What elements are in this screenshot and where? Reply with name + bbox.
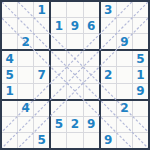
cell-r6c2[interactable] xyxy=(18,84,33,99)
board-block-1-2: 196 xyxy=(51,2,98,49)
cell-r9c3: 5 xyxy=(34,133,49,148)
board-block-2-1: 4571 xyxy=(2,51,49,98)
cell-r2c2[interactable] xyxy=(18,18,33,33)
cell-r1c4[interactable] xyxy=(51,2,66,17)
cell-r5c4[interactable] xyxy=(51,67,66,82)
cell-r4c1: 4 xyxy=(2,51,17,66)
board-block-1-3: 39 xyxy=(101,2,148,49)
cell-r9c5[interactable] xyxy=(67,133,82,148)
cell-r4c3[interactable] xyxy=(34,51,49,66)
cell-r7c5[interactable] xyxy=(67,101,82,116)
cell-r6c4[interactable] xyxy=(51,84,66,99)
cell-r4c6[interactable] xyxy=(84,51,99,66)
cell-r1c1[interactable] xyxy=(2,2,17,17)
cell-r8c8[interactable] xyxy=(117,117,132,132)
cell-r2c3[interactable] xyxy=(34,18,49,33)
given-digit: 9 xyxy=(71,20,79,32)
given-digit: 9 xyxy=(136,85,144,97)
given-digit: 2 xyxy=(21,36,29,48)
cell-r5c1: 5 xyxy=(2,67,17,82)
cell-r7c9[interactable] xyxy=(133,101,148,116)
cell-r2c4: 1 xyxy=(51,18,66,33)
given-digit: 5 xyxy=(5,69,13,81)
cell-r4c8[interactable] xyxy=(117,51,132,66)
cell-r6c6[interactable] xyxy=(84,84,99,99)
given-digit: 3 xyxy=(104,4,112,16)
cell-r5c2[interactable] xyxy=(18,67,33,82)
cell-r3c6[interactable] xyxy=(84,34,99,49)
cell-r7c6[interactable] xyxy=(84,101,99,116)
cell-r8c4: 5 xyxy=(51,117,66,132)
sudoku-board: 1219639457152194552929 xyxy=(0,0,150,150)
cell-r9c8[interactable] xyxy=(117,133,132,148)
cell-r7c3[interactable] xyxy=(34,101,49,116)
board-block-2-2 xyxy=(51,51,98,98)
given-digit: 5 xyxy=(136,53,144,65)
cell-r2c8[interactable] xyxy=(117,18,132,33)
cell-r1c7: 3 xyxy=(101,2,116,17)
cell-r6c3[interactable] xyxy=(34,84,49,99)
cell-r5c7: 2 xyxy=(101,67,116,82)
cell-r9c6[interactable] xyxy=(84,133,99,148)
cell-r4c9: 5 xyxy=(133,51,148,66)
cell-r3c7[interactable] xyxy=(101,34,116,49)
cell-r4c7[interactable] xyxy=(101,51,116,66)
cell-r2c6: 6 xyxy=(84,18,99,33)
cell-r6c7[interactable] xyxy=(101,84,116,99)
cell-r8c2[interactable] xyxy=(18,117,33,132)
given-digit: 9 xyxy=(104,134,112,146)
given-digit: 1 xyxy=(5,85,13,97)
board-block-3-1: 45 xyxy=(2,101,49,148)
cell-r4c2[interactable] xyxy=(18,51,33,66)
cell-r1c5[interactable] xyxy=(67,2,82,17)
given-digit: 1 xyxy=(136,69,144,81)
cell-r7c2: 4 xyxy=(18,101,33,116)
cell-r8c3[interactable] xyxy=(34,117,49,132)
cell-r5c9: 1 xyxy=(133,67,148,82)
cell-r1c8[interactable] xyxy=(117,2,132,17)
cell-r8c7[interactable] xyxy=(101,117,116,132)
cell-r2c7[interactable] xyxy=(101,18,116,33)
given-digit: 2 xyxy=(104,69,112,81)
given-digit: 1 xyxy=(38,4,46,16)
cell-r1c6[interactable] xyxy=(84,2,99,17)
cell-r7c4[interactable] xyxy=(51,101,66,116)
cell-r3c8: 9 xyxy=(117,34,132,49)
given-digit: 9 xyxy=(87,118,95,130)
cell-r8c5: 2 xyxy=(67,117,82,132)
cell-r2c1[interactable] xyxy=(2,18,17,33)
given-digit: 2 xyxy=(71,118,79,130)
cell-r3c9[interactable] xyxy=(133,34,148,49)
cell-r9c9[interactable] xyxy=(133,133,148,148)
given-digit: 4 xyxy=(5,53,13,65)
cell-r6c1: 1 xyxy=(2,84,17,99)
board-block-3-3: 29 xyxy=(101,101,148,148)
cell-r5c5[interactable] xyxy=(67,67,82,82)
cell-r9c1[interactable] xyxy=(2,133,17,148)
cell-r2c9[interactable] xyxy=(133,18,148,33)
cell-r2c5: 9 xyxy=(67,18,82,33)
cell-r5c6[interactable] xyxy=(84,67,99,82)
cell-r1c3: 1 xyxy=(34,2,49,17)
cell-r6c8[interactable] xyxy=(117,84,132,99)
cell-r3c1[interactable] xyxy=(2,34,17,49)
board-block-1-1: 12 xyxy=(2,2,49,49)
cell-r8c6: 9 xyxy=(84,117,99,132)
cell-r3c3[interactable] xyxy=(34,34,49,49)
cell-r5c3: 7 xyxy=(34,67,49,82)
cell-r3c4[interactable] xyxy=(51,34,66,49)
cell-r3c2: 2 xyxy=(18,34,33,49)
cell-r7c8: 2 xyxy=(117,101,132,116)
cell-r5c8[interactable] xyxy=(117,67,132,82)
given-digit: 6 xyxy=(87,20,95,32)
cell-r3c5[interactable] xyxy=(67,34,82,49)
cell-r1c2[interactable] xyxy=(18,2,33,17)
cell-r9c2[interactable] xyxy=(18,133,33,148)
cell-r1c9[interactable] xyxy=(133,2,148,17)
cell-r6c9: 9 xyxy=(133,84,148,99)
given-digit: 7 xyxy=(38,69,46,81)
cell-r8c9[interactable] xyxy=(133,117,148,132)
given-digit: 4 xyxy=(21,102,29,114)
given-digit: 1 xyxy=(55,20,63,32)
cell-r8c1[interactable] xyxy=(2,117,17,132)
cell-r9c4[interactable] xyxy=(51,133,66,148)
cell-r9c7: 9 xyxy=(101,133,116,148)
board-block-3-2: 529 xyxy=(51,101,98,148)
given-digit: 5 xyxy=(55,118,63,130)
given-digit: 9 xyxy=(120,36,128,48)
cell-r7c1[interactable] xyxy=(2,101,17,116)
given-digit: 2 xyxy=(120,102,128,114)
cell-r4c5[interactable] xyxy=(67,51,82,66)
cell-r4c4[interactable] xyxy=(51,51,66,66)
given-digit: 5 xyxy=(38,134,46,146)
board-block-2-3: 5219 xyxy=(101,51,148,98)
cell-r7c7[interactable] xyxy=(101,101,116,116)
cell-r6c5[interactable] xyxy=(67,84,82,99)
